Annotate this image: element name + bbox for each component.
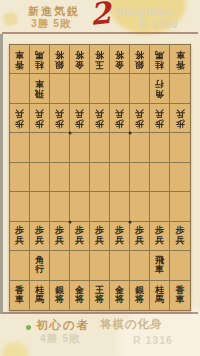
shogi-piece-sente[interactable]: 歩兵 — [135, 226, 144, 245]
background-blob — [118, 308, 200, 356]
board-cell[interactable]: 歩兵 — [30, 222, 50, 251]
shogi-piece-sente[interactable]: 歩兵 — [115, 226, 124, 245]
shogi-piece-gote[interactable]: 香車 — [176, 50, 185, 69]
board-cell[interactable]: 玉将 — [90, 45, 110, 74]
board-cell[interactable]: 桂馬 — [30, 281, 50, 310]
board-cell[interactable]: 銀将 — [130, 281, 150, 310]
board-cell[interactable] — [10, 163, 30, 192]
shogi-piece-sente[interactable]: 歩兵 — [95, 226, 104, 245]
board-cell[interactable] — [130, 163, 150, 192]
board-cell[interactable]: 歩兵 — [70, 104, 90, 133]
byoyomi-clock: 2 — [88, 0, 112, 31]
board-cell[interactable] — [10, 74, 30, 103]
board-cell[interactable] — [50, 74, 70, 103]
shogi-app-screen: 新進気鋭 3勝 5敗 2 ShogiMan R 1180 香車桂馬銀将金将玉将金… — [0, 0, 200, 356]
board-cell[interactable]: 歩兵 — [130, 222, 150, 251]
background-blob — [3, 12, 18, 26]
board-cell[interactable]: 金将 — [70, 281, 90, 310]
board-cell[interactable]: 金将 — [110, 45, 130, 74]
shogi-piece-gote[interactable]: 歩兵 — [95, 109, 104, 128]
shogi-piece-gote[interactable]: 歩兵 — [15, 109, 24, 128]
shogi-piece-gote[interactable]: 飛車 — [35, 79, 44, 98]
shogi-piece-sente[interactable]: 角行 — [35, 256, 44, 275]
shogi-piece-gote[interactable]: 歩兵 — [155, 109, 164, 128]
shogi-piece-gote[interactable]: 銀将 — [135, 50, 144, 69]
board-cell[interactable] — [150, 163, 170, 192]
player-record: 4勝 5敗 — [40, 332, 81, 346]
board-cell[interactable]: 歩兵 — [150, 104, 170, 133]
board-cell[interactable] — [130, 251, 150, 280]
board-cell[interactable]: 王将 — [90, 281, 110, 310]
board-cell[interactable] — [150, 133, 170, 162]
shogi-piece-sente[interactable]: 歩兵 — [75, 226, 84, 245]
shogi-piece-sente[interactable]: 金将 — [115, 286, 124, 305]
board-cell[interactable] — [30, 192, 50, 221]
board-bottom-edge — [2, 312, 198, 314]
shogi-piece-gote[interactable]: 桂馬 — [155, 50, 164, 69]
shogi-piece-sente[interactable]: 歩兵 — [55, 226, 64, 245]
board-cell[interactable]: 桂馬 — [150, 281, 170, 310]
board-cell[interactable] — [170, 163, 190, 192]
board-cell[interactable] — [110, 192, 130, 221]
board-cell[interactable]: 銀将 — [50, 281, 70, 310]
board-cell[interactable]: 歩兵 — [110, 222, 130, 251]
board-cell[interactable]: 銀将 — [50, 45, 70, 74]
board-cell[interactable]: 角行 — [150, 74, 170, 103]
shogi-piece-sente[interactable]: 歩兵 — [15, 226, 24, 245]
board-cell[interactable] — [70, 74, 90, 103]
board-cell[interactable]: 歩兵 — [170, 104, 190, 133]
opponent-rating: R 1180 — [139, 18, 178, 30]
board-cell[interactable]: 歩兵 — [170, 222, 190, 251]
board-cell[interactable]: 歩兵 — [30, 104, 50, 133]
board-cell[interactable]: 金将 — [110, 281, 130, 310]
board-cell[interactable]: 歩兵 — [110, 104, 130, 133]
board-cell[interactable] — [90, 192, 110, 221]
player-rating: R 1316 — [133, 334, 173, 346]
shogi-piece-sente[interactable]: 王将 — [95, 286, 104, 305]
board-cell[interactable]: 香車 — [170, 281, 190, 310]
board-cell[interactable] — [90, 163, 110, 192]
board-cell[interactable]: 金将 — [70, 45, 90, 74]
shogi-piece-gote[interactable]: 歩兵 — [115, 109, 124, 128]
board-cell[interactable]: 飛車 — [150, 251, 170, 280]
board-cell[interactable] — [90, 133, 110, 162]
opponent-record: 3勝 5敗 — [31, 17, 72, 31]
board-cell[interactable] — [50, 163, 70, 192]
shogi-piece-sente[interactable]: 桂馬 — [35, 286, 44, 305]
shogi-piece-sente[interactable]: 歩兵 — [35, 226, 44, 245]
online-status-icon — [26, 325, 31, 330]
board-cell[interactable] — [130, 192, 150, 221]
shogi-piece-sente[interactable]: 桂馬 — [155, 286, 164, 305]
star-point — [129, 132, 132, 135]
shogi-piece-sente[interactable]: 銀将 — [135, 286, 144, 305]
board-cell[interactable]: 飛車 — [30, 74, 50, 103]
board-cell[interactable]: 歩兵 — [150, 222, 170, 251]
board-cell[interactable] — [110, 251, 130, 280]
board-cell[interactable] — [10, 251, 30, 280]
shogi-piece-gote[interactable]: 歩兵 — [135, 109, 144, 128]
shogi-piece-sente[interactable]: 歩兵 — [176, 226, 185, 245]
shogi-piece-gote[interactable]: 金将 — [75, 50, 84, 69]
board-cell[interactable] — [30, 133, 50, 162]
board-cell[interactable]: 角行 — [30, 251, 50, 280]
board-cell[interactable] — [70, 163, 90, 192]
opponent-name: ShogiMan — [116, 5, 173, 17]
shogi-piece-gote[interactable]: 歩兵 — [35, 109, 44, 128]
board-cell[interactable] — [70, 192, 90, 221]
shogi-piece-gote[interactable]: 歩兵 — [75, 109, 84, 128]
board-cell[interactable]: 歩兵 — [10, 222, 30, 251]
board-cell[interactable] — [50, 133, 70, 162]
shogi-piece-gote[interactable]: 桂馬 — [35, 50, 44, 69]
board-cell[interactable] — [10, 192, 30, 221]
board-cell[interactable]: 香車 — [10, 281, 30, 310]
board-cell[interactable]: 桂馬 — [30, 45, 50, 74]
board-cell[interactable]: 歩兵 — [50, 222, 70, 251]
shogi-piece-gote[interactable]: 玉将 — [95, 50, 104, 69]
board-cell[interactable]: 歩兵 — [10, 104, 30, 133]
shogi-piece-sente[interactable]: 歩兵 — [155, 226, 164, 245]
board-cell[interactable] — [50, 251, 70, 280]
board-cell[interactable]: 香車 — [170, 45, 190, 74]
star-point — [69, 220, 72, 223]
board-grid: 香車桂馬銀将金将玉将金将銀将桂馬香車飛車角行歩兵歩兵歩兵歩兵歩兵歩兵歩兵歩兵歩兵… — [10, 45, 190, 310]
shogi-piece-sente[interactable]: 香車 — [176, 286, 185, 305]
board-top-edge — [2, 32, 198, 34]
board-cell[interactable]: 歩兵 — [50, 104, 70, 133]
shogi-piece-sente[interactable]: 香車 — [15, 286, 24, 305]
board-cell[interactable] — [70, 251, 90, 280]
board-cell[interactable]: 歩兵 — [130, 104, 150, 133]
board-cell[interactable] — [170, 251, 190, 280]
shogi-piece-gote[interactable]: 香車 — [15, 50, 24, 69]
board-cell[interactable] — [110, 133, 130, 162]
board-cell[interactable] — [130, 74, 150, 103]
board-cell[interactable]: 香車 — [10, 45, 30, 74]
shogi-piece-gote[interactable]: 銀将 — [55, 50, 64, 69]
board-cell[interactable]: 歩兵 — [90, 104, 110, 133]
board-cell[interactable] — [50, 192, 70, 221]
board-cell[interactable] — [90, 251, 110, 280]
board-cell[interactable] — [90, 74, 110, 103]
board-cell[interactable] — [170, 133, 190, 162]
player-name: 将棋の化身 — [100, 317, 163, 332]
board-cell[interactable]: 桂馬 — [150, 45, 170, 74]
board-cell[interactable] — [170, 74, 190, 103]
background-blob — [2, 342, 28, 356]
board-cell[interactable]: 歩兵 — [70, 222, 90, 251]
shogi-piece-gote[interactable]: 角行 — [155, 79, 164, 98]
shogi-piece-gote[interactable]: 金将 — [115, 50, 124, 69]
board-cell[interactable] — [30, 163, 50, 192]
board-cell[interactable] — [150, 192, 170, 221]
shogi-piece-sente[interactable]: 銀将 — [55, 286, 64, 305]
board-cell[interactable] — [10, 133, 30, 162]
shogi-board[interactable]: 香車桂馬銀将金将玉将金将銀将桂馬香車飛車角行歩兵歩兵歩兵歩兵歩兵歩兵歩兵歩兵歩兵… — [9, 44, 191, 311]
board-cell[interactable] — [170, 192, 190, 221]
shogi-piece-gote[interactable]: 歩兵 — [176, 109, 185, 128]
board-side-edge — [0, 34, 3, 314]
player-title: 初心の者 — [36, 318, 90, 333]
star-point — [69, 132, 72, 135]
board-cell[interactable] — [110, 74, 130, 103]
shogi-piece-gote[interactable]: 歩兵 — [55, 109, 64, 128]
board-cell[interactable]: 銀将 — [130, 45, 150, 74]
board-cell[interactable] — [130, 133, 150, 162]
shogi-piece-sente[interactable]: 金将 — [75, 286, 84, 305]
shogi-piece-sente[interactable]: 飛車 — [155, 256, 164, 275]
board-cell[interactable] — [110, 163, 130, 192]
star-point — [129, 220, 132, 223]
board-cell[interactable] — [70, 133, 90, 162]
board-cell[interactable]: 歩兵 — [90, 222, 110, 251]
